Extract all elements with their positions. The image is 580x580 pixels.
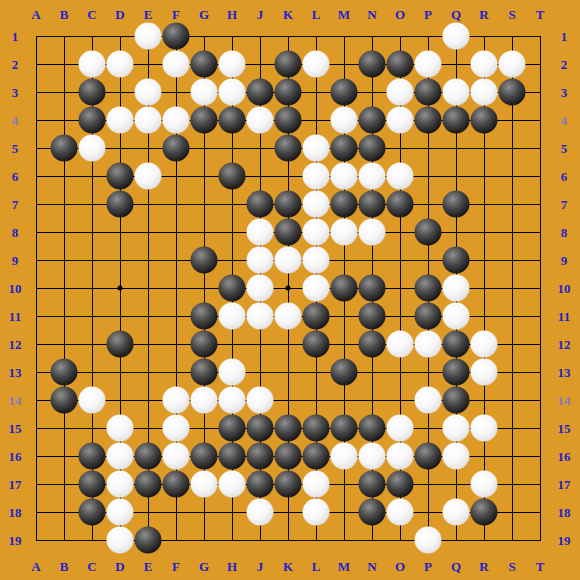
stone-white-J10 — [247, 275, 274, 302]
stone-black-R18 — [471, 499, 498, 526]
stone-black-H6 — [219, 163, 246, 190]
stone-white-J8 — [247, 219, 274, 246]
stone-black-R4 — [471, 107, 498, 134]
row-label-left: 11 — [9, 310, 21, 323]
stone-black-K8 — [275, 219, 302, 246]
stone-white-R13 — [471, 359, 498, 386]
stone-white-D17 — [107, 471, 134, 498]
stone-black-D7 — [107, 191, 134, 218]
stone-white-O15 — [387, 415, 414, 442]
col-label-bottom: P — [424, 560, 432, 573]
stone-white-O4 — [387, 107, 414, 134]
stone-black-C4 — [79, 107, 106, 134]
stone-white-E3 — [135, 79, 162, 106]
stone-white-D19 — [107, 527, 134, 554]
row-label-left: 18 — [9, 506, 22, 519]
stone-black-Q4 — [443, 107, 470, 134]
stone-white-J14 — [247, 387, 274, 414]
stone-white-D15 — [107, 415, 134, 442]
stone-black-M3 — [331, 79, 358, 106]
row-label-left: 7 — [12, 198, 19, 211]
row-label-left: 9 — [12, 254, 19, 267]
stone-black-G13 — [191, 359, 218, 386]
row-label-right: 3 — [561, 86, 568, 99]
row-label-left: 2 — [12, 58, 19, 71]
row-label-left: 8 — [12, 226, 19, 239]
col-label-bottom: G — [199, 560, 209, 573]
stone-black-P3 — [415, 79, 442, 106]
stone-white-D2 — [107, 51, 134, 78]
stone-black-N10 — [359, 275, 386, 302]
stone-white-Q1 — [443, 23, 470, 50]
stone-black-P8 — [415, 219, 442, 246]
stone-black-J3 — [247, 79, 274, 106]
col-label-top: T — [536, 8, 545, 21]
stone-black-C3 — [79, 79, 106, 106]
row-label-left: 15 — [9, 422, 22, 435]
row-label-right: 11 — [558, 310, 570, 323]
row-label-left: 10 — [9, 282, 22, 295]
col-label-bottom: C — [87, 560, 96, 573]
stone-white-G17 — [191, 471, 218, 498]
stone-black-K17 — [275, 471, 302, 498]
stone-white-H13 — [219, 359, 246, 386]
stone-white-P2 — [415, 51, 442, 78]
stone-black-H4 — [219, 107, 246, 134]
stone-white-L7 — [303, 191, 330, 218]
stone-white-G3 — [191, 79, 218, 106]
col-label-top: B — [60, 8, 69, 21]
stone-black-O7 — [387, 191, 414, 218]
stone-black-G2 — [191, 51, 218, 78]
col-label-top: Q — [451, 8, 461, 21]
stone-black-N2 — [359, 51, 386, 78]
row-label-left: 16 — [9, 450, 22, 463]
stone-black-N12 — [359, 331, 386, 358]
stone-black-J15 — [247, 415, 274, 442]
row-label-right: 12 — [558, 338, 571, 351]
stone-black-G9 — [191, 247, 218, 274]
col-label-bottom: S — [508, 560, 515, 573]
stone-black-K2 — [275, 51, 302, 78]
stone-white-L8 — [303, 219, 330, 246]
stone-black-C18 — [79, 499, 106, 526]
stone-white-E1 — [135, 23, 162, 50]
row-label-left: 4 — [12, 114, 19, 127]
stone-white-F15 — [163, 415, 190, 442]
stone-black-M13 — [331, 359, 358, 386]
stone-white-M4 — [331, 107, 358, 134]
stone-white-J9 — [247, 247, 274, 274]
row-label-left: 14 — [9, 394, 22, 407]
stone-white-N8 — [359, 219, 386, 246]
row-label-right: 4 — [561, 114, 568, 127]
stone-white-L17 — [303, 471, 330, 498]
stone-white-R17 — [471, 471, 498, 498]
row-label-right: 13 — [558, 366, 571, 379]
stone-black-E19 — [135, 527, 162, 554]
stone-white-H17 — [219, 471, 246, 498]
stone-black-N11 — [359, 303, 386, 330]
stone-white-L5 — [303, 135, 330, 162]
stone-white-D4 — [107, 107, 134, 134]
stone-white-J4 — [247, 107, 274, 134]
col-label-top: O — [395, 8, 405, 21]
stone-black-K7 — [275, 191, 302, 218]
stone-black-P11 — [415, 303, 442, 330]
col-label-bottom: L — [312, 560, 321, 573]
stone-white-N16 — [359, 443, 386, 470]
row-label-right: 14 — [558, 394, 571, 407]
stone-black-N4 — [359, 107, 386, 134]
grid-line-vertical — [540, 36, 541, 541]
stone-black-K15 — [275, 415, 302, 442]
col-label-top: G — [199, 8, 209, 21]
col-label-top: P — [424, 8, 432, 21]
star-point — [118, 286, 123, 291]
stone-black-O17 — [387, 471, 414, 498]
stone-white-H11 — [219, 303, 246, 330]
stone-white-P12 — [415, 331, 442, 358]
stone-white-H2 — [219, 51, 246, 78]
stone-white-L10 — [303, 275, 330, 302]
stone-black-N7 — [359, 191, 386, 218]
stone-black-Q13 — [443, 359, 470, 386]
col-label-top: K — [283, 8, 293, 21]
col-label-top: R — [479, 8, 488, 21]
stone-white-Q3 — [443, 79, 470, 106]
stone-black-L12 — [303, 331, 330, 358]
stone-black-G11 — [191, 303, 218, 330]
col-label-bottom: Q — [451, 560, 461, 573]
stone-white-P14 — [415, 387, 442, 414]
stone-black-H16 — [219, 443, 246, 470]
row-label-left: 1 — [12, 30, 19, 43]
stone-white-Q15 — [443, 415, 470, 442]
stone-black-G4 — [191, 107, 218, 134]
stone-black-K4 — [275, 107, 302, 134]
stone-white-O18 — [387, 499, 414, 526]
col-label-bottom: F — [172, 560, 180, 573]
stone-black-Q7 — [443, 191, 470, 218]
col-label-top: F — [172, 8, 180, 21]
stone-black-O2 — [387, 51, 414, 78]
row-label-left: 13 — [9, 366, 22, 379]
stone-white-R12 — [471, 331, 498, 358]
stone-black-D6 — [107, 163, 134, 190]
col-label-bottom: B — [60, 560, 69, 573]
row-label-right: 10 — [558, 282, 571, 295]
col-label-top: M — [338, 8, 350, 21]
stone-black-M5 — [331, 135, 358, 162]
col-label-bottom: E — [144, 560, 153, 573]
stone-white-M6 — [331, 163, 358, 190]
stone-white-D18 — [107, 499, 134, 526]
stone-white-F16 — [163, 443, 190, 470]
stone-black-E16 — [135, 443, 162, 470]
row-label-left: 5 — [12, 142, 19, 155]
stone-black-G16 — [191, 443, 218, 470]
stone-black-H10 — [219, 275, 246, 302]
stone-white-M16 — [331, 443, 358, 470]
row-label-left: 6 — [12, 170, 19, 183]
go-board[interactable]: AABBCCDDEEFFGGHHJJKKLLMMNNOOPPQQRRSSTT11… — [0, 0, 580, 580]
stone-white-S2 — [499, 51, 526, 78]
stone-black-B14 — [51, 387, 78, 414]
stone-white-N6 — [359, 163, 386, 190]
stone-white-Q18 — [443, 499, 470, 526]
col-label-bottom: K — [283, 560, 293, 573]
stone-black-C17 — [79, 471, 106, 498]
stone-black-N15 — [359, 415, 386, 442]
stone-white-F14 — [163, 387, 190, 414]
row-label-right: 9 — [561, 254, 568, 267]
stone-black-L15 — [303, 415, 330, 442]
row-label-left: 3 — [12, 86, 19, 99]
row-label-right: 2 — [561, 58, 568, 71]
stone-white-Q16 — [443, 443, 470, 470]
stone-black-N5 — [359, 135, 386, 162]
stone-black-J16 — [247, 443, 274, 470]
stone-white-M8 — [331, 219, 358, 246]
stone-white-Q10 — [443, 275, 470, 302]
stone-black-N18 — [359, 499, 386, 526]
stone-black-J17 — [247, 471, 274, 498]
row-label-right: 19 — [558, 534, 571, 547]
row-label-left: 17 — [9, 478, 22, 491]
stone-white-D16 — [107, 443, 134, 470]
stone-black-Q9 — [443, 247, 470, 274]
stone-black-D12 — [107, 331, 134, 358]
stone-black-C16 — [79, 443, 106, 470]
col-label-top: J — [257, 8, 264, 21]
stone-white-F2 — [163, 51, 190, 78]
stone-black-F1 — [163, 23, 190, 50]
col-label-bottom: A — [31, 560, 40, 573]
row-label-right: 5 — [561, 142, 568, 155]
stone-black-K3 — [275, 79, 302, 106]
stone-white-L6 — [303, 163, 330, 190]
stone-white-E4 — [135, 107, 162, 134]
stone-black-F17 — [163, 471, 190, 498]
col-label-top: S — [508, 8, 515, 21]
stone-black-P16 — [415, 443, 442, 470]
stone-black-Q14 — [443, 387, 470, 414]
stone-white-C2 — [79, 51, 106, 78]
col-label-bottom: T — [536, 560, 545, 573]
stone-black-M7 — [331, 191, 358, 218]
stone-black-L16 — [303, 443, 330, 470]
stone-black-B13 — [51, 359, 78, 386]
row-label-right: 16 — [558, 450, 571, 463]
stone-black-H15 — [219, 415, 246, 442]
stone-white-L2 — [303, 51, 330, 78]
col-label-top: A — [31, 8, 40, 21]
stone-black-P10 — [415, 275, 442, 302]
col-label-top: L — [312, 8, 321, 21]
stone-black-K5 — [275, 135, 302, 162]
stone-black-N17 — [359, 471, 386, 498]
stone-white-L18 — [303, 499, 330, 526]
grid-line-vertical — [512, 36, 513, 541]
star-point — [286, 286, 291, 291]
col-label-top: E — [144, 8, 153, 21]
col-label-bottom: O — [395, 560, 405, 573]
stone-black-B5 — [51, 135, 78, 162]
row-label-right: 18 — [558, 506, 571, 519]
stone-black-M10 — [331, 275, 358, 302]
stone-black-L11 — [303, 303, 330, 330]
col-label-bottom: R — [479, 560, 488, 573]
stone-white-C5 — [79, 135, 106, 162]
col-label-top: N — [367, 8, 376, 21]
col-label-bottom: J — [257, 560, 264, 573]
stone-black-K16 — [275, 443, 302, 470]
stone-white-J11 — [247, 303, 274, 330]
row-label-right: 6 — [561, 170, 568, 183]
stone-white-P19 — [415, 527, 442, 554]
row-label-right: 7 — [561, 198, 568, 211]
row-label-right: 8 — [561, 226, 568, 239]
stone-white-G14 — [191, 387, 218, 414]
stone-white-R3 — [471, 79, 498, 106]
stone-white-C14 — [79, 387, 106, 414]
col-label-bottom: H — [227, 560, 237, 573]
col-label-top: C — [87, 8, 96, 21]
stone-black-F5 — [163, 135, 190, 162]
col-label-bottom: N — [367, 560, 376, 573]
stone-white-J18 — [247, 499, 274, 526]
stone-white-O6 — [387, 163, 414, 190]
col-label-bottom: D — [115, 560, 124, 573]
stone-black-G12 — [191, 331, 218, 358]
stone-black-J7 — [247, 191, 274, 218]
row-label-right: 17 — [558, 478, 571, 491]
stone-black-S3 — [499, 79, 526, 106]
stone-white-O16 — [387, 443, 414, 470]
row-label-right: 15 — [558, 422, 571, 435]
stone-white-H3 — [219, 79, 246, 106]
stone-white-L9 — [303, 247, 330, 274]
stone-black-M15 — [331, 415, 358, 442]
stone-black-E17 — [135, 471, 162, 498]
stone-white-Q11 — [443, 303, 470, 330]
stone-white-E6 — [135, 163, 162, 190]
stone-white-R15 — [471, 415, 498, 442]
stone-white-H14 — [219, 387, 246, 414]
col-label-bottom: M — [338, 560, 350, 573]
stone-black-P4 — [415, 107, 442, 134]
stone-black-Q12 — [443, 331, 470, 358]
row-label-right: 1 — [561, 30, 568, 43]
col-label-top: H — [227, 8, 237, 21]
stone-white-K11 — [275, 303, 302, 330]
stone-white-R2 — [471, 51, 498, 78]
stone-white-F4 — [163, 107, 190, 134]
stone-white-O12 — [387, 331, 414, 358]
row-label-left: 19 — [9, 534, 22, 547]
col-label-top: D — [115, 8, 124, 21]
stone-white-O3 — [387, 79, 414, 106]
row-label-left: 12 — [9, 338, 22, 351]
stone-white-K9 — [275, 247, 302, 274]
